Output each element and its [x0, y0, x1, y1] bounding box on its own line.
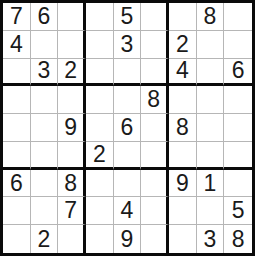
- cell-r3c4[interactable]: [86, 59, 114, 87]
- cell-r2c4[interactable]: [86, 31, 114, 59]
- cell-r9c2[interactable]: 2: [31, 225, 59, 253]
- cell-r9c3[interactable]: [58, 225, 86, 253]
- cell-r9c5[interactable]: 9: [114, 225, 142, 253]
- cell-r9c4[interactable]: [86, 225, 114, 253]
- cell-r2c8[interactable]: [197, 31, 225, 59]
- cell-r3c3[interactable]: 2: [58, 59, 86, 87]
- cell-r1c9[interactable]: [224, 3, 252, 31]
- cell-r5c4[interactable]: [86, 114, 114, 142]
- cell-r8c9[interactable]: 5: [224, 197, 252, 225]
- cell-r1c1[interactable]: 7: [3, 3, 31, 31]
- cell-r5c9[interactable]: [224, 114, 252, 142]
- cell-r6c2[interactable]: [31, 142, 59, 170]
- cell-r1c5[interactable]: 5: [114, 3, 142, 31]
- cell-r4c1[interactable]: [3, 86, 31, 114]
- cell-r8c6[interactable]: [141, 197, 169, 225]
- sudoku-board: 765843232468968268917452938: [0, 0, 255, 256]
- cell-r6c3[interactable]: [58, 142, 86, 170]
- cell-r1c8[interactable]: 8: [197, 3, 225, 31]
- cell-r1c7[interactable]: [169, 3, 197, 31]
- cell-r5c6[interactable]: [141, 114, 169, 142]
- cell-r7c4[interactable]: [86, 170, 114, 198]
- cell-r3c2[interactable]: 3: [31, 59, 59, 87]
- cell-r8c4[interactable]: [86, 197, 114, 225]
- cell-r5c5[interactable]: 6: [114, 114, 142, 142]
- cell-r5c1[interactable]: [3, 114, 31, 142]
- cell-r7c2[interactable]: [31, 170, 59, 198]
- cell-r3c7[interactable]: 4: [169, 59, 197, 87]
- cell-r8c8[interactable]: [197, 197, 225, 225]
- cell-r2c2[interactable]: [31, 31, 59, 59]
- cell-r6c8[interactable]: [197, 142, 225, 170]
- cell-r4c9[interactable]: [224, 86, 252, 114]
- cell-r4c3[interactable]: [58, 86, 86, 114]
- cell-r4c5[interactable]: [114, 86, 142, 114]
- cell-r2c3[interactable]: [58, 31, 86, 59]
- cell-r3c1[interactable]: [3, 59, 31, 87]
- cell-r2c6[interactable]: [141, 31, 169, 59]
- cell-r3c9[interactable]: 6: [224, 59, 252, 87]
- cell-r1c3[interactable]: [58, 3, 86, 31]
- cell-r4c7[interactable]: [169, 86, 197, 114]
- cell-r6c5[interactable]: [114, 142, 142, 170]
- cell-r8c5[interactable]: 4: [114, 197, 142, 225]
- cell-r5c3[interactable]: 9: [58, 114, 86, 142]
- cell-r4c4[interactable]: [86, 86, 114, 114]
- cell-r9c8[interactable]: 3: [197, 225, 225, 253]
- cell-r7c3[interactable]: 8: [58, 170, 86, 198]
- cell-r1c4[interactable]: [86, 3, 114, 31]
- cell-r2c9[interactable]: [224, 31, 252, 59]
- cell-r5c2[interactable]: [31, 114, 59, 142]
- cell-r8c2[interactable]: [31, 197, 59, 225]
- cell-r7c7[interactable]: 9: [169, 170, 197, 198]
- cell-r9c7[interactable]: [169, 225, 197, 253]
- cell-r9c1[interactable]: [3, 225, 31, 253]
- cell-r6c1[interactable]: [3, 142, 31, 170]
- cell-r7c1[interactable]: 6: [3, 170, 31, 198]
- cell-r7c6[interactable]: [141, 170, 169, 198]
- cell-r6c9[interactable]: [224, 142, 252, 170]
- cell-r7c9[interactable]: [224, 170, 252, 198]
- cell-r1c2[interactable]: 6: [31, 3, 59, 31]
- cell-r1c6[interactable]: [141, 3, 169, 31]
- cell-r2c5[interactable]: 3: [114, 31, 142, 59]
- cell-r2c7[interactable]: 2: [169, 31, 197, 59]
- cell-r6c4[interactable]: 2: [86, 142, 114, 170]
- cell-r8c1[interactable]: [3, 197, 31, 225]
- cell-r2c1[interactable]: 4: [3, 31, 31, 59]
- cell-r5c8[interactable]: [197, 114, 225, 142]
- cell-r5c7[interactable]: 8: [169, 114, 197, 142]
- cell-r7c8[interactable]: 1: [197, 170, 225, 198]
- cell-r9c9[interactable]: 8: [224, 225, 252, 253]
- cell-r6c7[interactable]: [169, 142, 197, 170]
- cell-r3c5[interactable]: [114, 59, 142, 87]
- cell-r4c8[interactable]: [197, 86, 225, 114]
- cell-r4c2[interactable]: [31, 86, 59, 114]
- cell-r6c6[interactable]: [141, 142, 169, 170]
- cell-r7c5[interactable]: [114, 170, 142, 198]
- cell-r4c6[interactable]: 8: [141, 86, 169, 114]
- cell-r3c8[interactable]: [197, 59, 225, 87]
- cell-r8c3[interactable]: 7: [58, 197, 86, 225]
- cell-r9c6[interactable]: [141, 225, 169, 253]
- cell-r8c7[interactable]: [169, 197, 197, 225]
- cell-r3c6[interactable]: [141, 59, 169, 87]
